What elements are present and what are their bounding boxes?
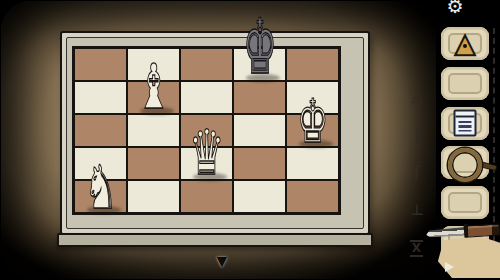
square-r5c5[interactable] [287, 181, 338, 212]
square-r3c4[interactable] [234, 115, 285, 146]
square-r1c1[interactable] [75, 49, 126, 80]
inventory-slot-note-papers[interactable] [441, 107, 489, 140]
triangle-dot-icon [463, 44, 467, 48]
board-bottom-ledge [57, 233, 373, 247]
hooded-woman-statue[interactable]: ♛ [173, 122, 241, 184]
square-r2c3[interactable] [181, 82, 232, 113]
square-r5c4[interactable] [234, 181, 285, 212]
suited-man-statue[interactable]: ♚ [279, 91, 347, 151]
vertical-stroke-symbol: | [406, 126, 428, 142]
s-curve-symbol: ʃ [406, 164, 428, 180]
paper-corner-icon [445, 262, 454, 272]
navigate-down-arrow[interactable]: ▼ [207, 252, 237, 270]
square-r3c1[interactable] [75, 115, 126, 146]
dark-man-statue[interactable]: ♚ [226, 9, 294, 85]
gear-icon[interactable]: ⚙ [443, 0, 467, 18]
square-r4c4[interactable] [234, 148, 285, 179]
square-r4c2[interactable] [128, 148, 179, 179]
game-screen: ◬|ʃ⊥X ▼ ♚♝♚♛♞ ⚙ ▲ [0, 0, 500, 280]
triangle-token-icon: ▲ [455, 29, 475, 55]
knife-handle-icon [467, 223, 500, 237]
note-icon [454, 110, 477, 137]
praying-statue[interactable]: ♝ [120, 56, 188, 118]
square-r5c2[interactable] [128, 181, 179, 212]
inventory-slot-empty-2[interactable] [441, 67, 489, 100]
inventory-slot-gold-triangle-token[interactable]: ▲ [441, 27, 489, 60]
scene: ◬|ʃ⊥X ▼ ♚♝♚♛♞ [0, 0, 437, 280]
hourglass-x-symbol: X [410, 240, 423, 257]
triangle-with-dot-symbol: ◬ [406, 88, 428, 104]
magnifier-icon [448, 148, 482, 182]
square-r1c3[interactable] [181, 49, 232, 80]
inventory-slot-magnifying-lens[interactable] [441, 146, 489, 179]
bird-headed-statue[interactable]: ♞ [67, 157, 135, 217]
inventory-slot-empty-5[interactable] [441, 186, 489, 219]
up-tack-symbol: ⊥ [406, 202, 428, 218]
knife-blade-icon [426, 227, 466, 239]
square-r2c1[interactable] [75, 82, 126, 113]
square-r1c5[interactable] [287, 49, 338, 80]
